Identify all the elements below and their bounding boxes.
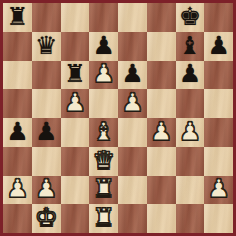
square-h7[interactable]: ♟ [204,32,233,61]
square-f1[interactable] [147,204,176,233]
square-e1[interactable] [118,204,147,233]
piece-black-pawn[interactable]: ♟ [6,119,28,144]
square-b5[interactable] [32,89,61,118]
square-f8[interactable] [147,3,176,32]
square-d3[interactable]: ♛ [89,147,118,176]
square-d4[interactable]: ♝ [89,118,118,147]
square-b8[interactable] [32,3,61,32]
square-h4[interactable] [204,118,233,147]
square-e3[interactable] [118,147,147,176]
square-e4[interactable] [118,118,147,147]
square-d7[interactable]: ♟ [89,32,118,61]
square-d2[interactable]: ♜ [89,176,118,205]
square-c8[interactable] [61,3,90,32]
piece-black-pawn[interactable]: ♟ [121,61,143,86]
square-a8[interactable]: ♜ [3,3,32,32]
square-h1[interactable] [204,204,233,233]
square-f2[interactable] [147,176,176,205]
square-b7[interactable]: ♛ [32,32,61,61]
square-h3[interactable] [204,147,233,176]
piece-white-rook[interactable]: ♜ [92,176,114,201]
square-a7[interactable] [3,32,32,61]
square-g3[interactable] [176,147,205,176]
square-c4[interactable] [61,118,90,147]
square-b2[interactable]: ♟ [32,176,61,205]
square-g8[interactable]: ♚ [176,3,205,32]
piece-black-pawn[interactable]: ♟ [207,33,229,58]
square-c1[interactable] [61,204,90,233]
piece-white-pawn[interactable]: ♟ [92,61,114,86]
square-e6[interactable]: ♟ [118,61,147,90]
square-h6[interactable] [204,61,233,90]
square-h5[interactable] [204,89,233,118]
piece-black-king[interactable]: ♚ [179,4,201,29]
piece-black-pawn[interactable]: ♟ [35,119,57,144]
square-b3[interactable] [32,147,61,176]
square-g5[interactable] [176,89,205,118]
piece-white-queen[interactable]: ♛ [92,148,114,173]
square-e2[interactable] [118,176,147,205]
piece-white-pawn[interactable]: ♟ [179,119,201,144]
square-e8[interactable] [118,3,147,32]
square-c5[interactable]: ♟ [61,89,90,118]
piece-white-pawn[interactable]: ♟ [35,176,57,201]
piece-black-bishop[interactable]: ♝ [179,33,201,58]
piece-black-rook[interactable]: ♜ [6,4,28,29]
piece-white-pawn[interactable]: ♟ [121,90,143,115]
chess-board: ♜♚♛♟♝♟♜♟♟♟♟♟♟♟♝♟♟♛♟♟♜♟♚♜ [3,3,233,233]
square-h8[interactable] [204,3,233,32]
square-c7[interactable] [61,32,90,61]
square-f4[interactable]: ♟ [147,118,176,147]
square-a1[interactable] [3,204,32,233]
piece-white-king[interactable]: ♚ [35,205,57,230]
square-h2[interactable]: ♟ [204,176,233,205]
piece-white-pawn[interactable]: ♟ [64,90,86,115]
square-f3[interactable] [147,147,176,176]
piece-white-rook[interactable]: ♜ [92,205,114,230]
piece-black-queen[interactable]: ♛ [35,33,57,58]
square-a2[interactable]: ♟ [3,176,32,205]
square-a6[interactable] [3,61,32,90]
square-g6[interactable]: ♟ [176,61,205,90]
square-d1[interactable]: ♜ [89,204,118,233]
square-d5[interactable] [89,89,118,118]
square-g4[interactable]: ♟ [176,118,205,147]
square-b4[interactable]: ♟ [32,118,61,147]
piece-white-pawn[interactable]: ♟ [207,176,229,201]
piece-black-rook[interactable]: ♜ [64,61,86,86]
square-c2[interactable] [61,176,90,205]
square-f5[interactable] [147,89,176,118]
square-f6[interactable] [147,61,176,90]
chess-board-frame: ♜♚♛♟♝♟♜♟♟♟♟♟♟♟♝♟♟♛♟♟♜♟♚♜ [0,0,236,236]
square-b1[interactable]: ♚ [32,204,61,233]
square-g1[interactable] [176,204,205,233]
piece-white-bishop[interactable]: ♝ [92,119,114,144]
piece-white-pawn[interactable]: ♟ [150,119,172,144]
piece-black-pawn[interactable]: ♟ [179,61,201,86]
square-g7[interactable]: ♝ [176,32,205,61]
square-e5[interactable]: ♟ [118,89,147,118]
square-a4[interactable]: ♟ [3,118,32,147]
square-a3[interactable] [3,147,32,176]
square-d6[interactable]: ♟ [89,61,118,90]
square-f7[interactable] [147,32,176,61]
square-b6[interactable] [32,61,61,90]
square-g2[interactable] [176,176,205,205]
piece-black-pawn[interactable]: ♟ [92,33,114,58]
square-a5[interactable] [3,89,32,118]
piece-white-pawn[interactable]: ♟ [6,176,28,201]
square-e7[interactable] [118,32,147,61]
square-d8[interactable] [89,3,118,32]
square-c3[interactable] [61,147,90,176]
square-c6[interactable]: ♜ [61,61,90,90]
